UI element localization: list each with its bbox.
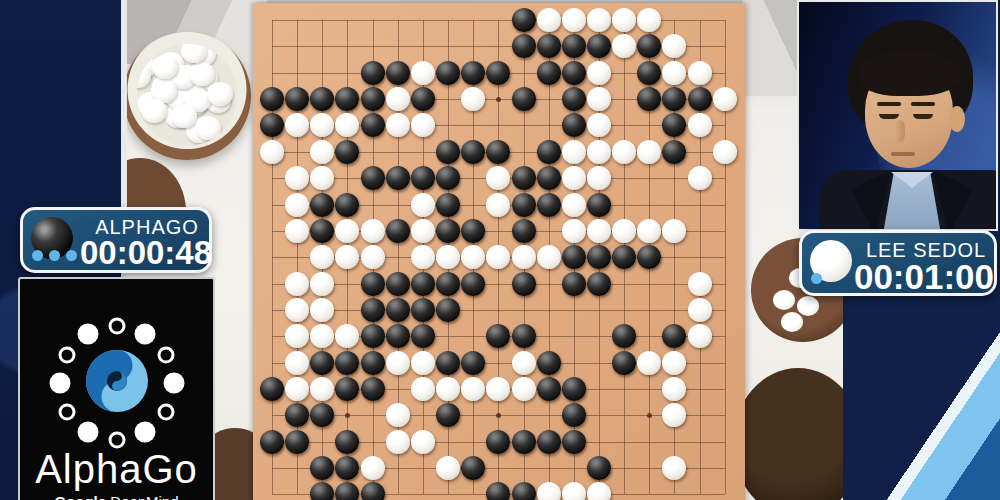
black-stone <box>512 272 536 296</box>
white-stone <box>285 219 309 243</box>
black-stone <box>637 87 661 111</box>
black-stone <box>335 430 359 454</box>
player-video-feed <box>797 0 998 231</box>
black-stone <box>662 87 686 111</box>
black-stone <box>512 34 536 58</box>
white-stone <box>310 166 334 190</box>
white-stone <box>662 456 686 480</box>
alphago-time-remaining: 00:00:48 <box>75 234 217 272</box>
white-stone <box>361 219 385 243</box>
white-stone <box>386 87 410 111</box>
white-stone <box>436 377 460 401</box>
white-stone <box>562 8 586 32</box>
bowl-white-stone <box>152 55 178 79</box>
player-eye-right <box>913 114 933 119</box>
white-stone <box>662 351 686 375</box>
black-stone <box>562 245 586 269</box>
black-stone <box>512 87 536 111</box>
player-nose <box>895 120 905 142</box>
white-stone <box>562 482 586 500</box>
player-eyebrow-left <box>877 102 901 106</box>
white-stone <box>461 87 485 111</box>
white-stones-in-bowl <box>137 44 237 146</box>
black-stone <box>436 140 460 164</box>
black-stone <box>612 324 636 348</box>
white-stone <box>562 219 586 243</box>
white-stone <box>461 377 485 401</box>
black-stone <box>386 219 410 243</box>
white-stone <box>310 324 334 348</box>
black-stone <box>461 272 485 296</box>
white-stone <box>587 482 611 500</box>
white-stone <box>562 140 586 164</box>
player-ear <box>949 106 965 132</box>
grid-line-horizontal <box>272 310 725 311</box>
bowl-white-stone <box>189 62 215 86</box>
white-stone <box>662 34 686 58</box>
black-stone <box>512 482 536 500</box>
alphago-swirl-icon <box>84 348 150 418</box>
white-stone <box>335 219 359 243</box>
leesedol-byoyomi-dots <box>811 270 828 288</box>
white-stone <box>587 166 611 190</box>
black-stone <box>612 351 636 375</box>
black-stone <box>486 140 510 164</box>
black-stone <box>386 166 410 190</box>
black-stone <box>361 166 385 190</box>
white-stone <box>637 351 661 375</box>
logo-ring-filled-circle <box>49 373 70 394</box>
black-stone <box>386 324 410 348</box>
black-stone <box>386 272 410 296</box>
white-stone <box>587 140 611 164</box>
black-stone <box>285 430 309 454</box>
white-stone <box>688 324 712 348</box>
black-stone <box>562 34 586 58</box>
logo-ring-outline-circle <box>59 403 76 420</box>
white-stone <box>386 403 410 427</box>
white-stone <box>411 61 435 85</box>
black-stone <box>260 87 284 111</box>
white-stone <box>612 219 636 243</box>
white-stone <box>637 140 661 164</box>
black-stone <box>512 166 536 190</box>
white-stone <box>512 245 536 269</box>
byoyomi-dot <box>49 250 60 261</box>
white-stone <box>285 351 309 375</box>
white-stone <box>537 245 561 269</box>
logo-ring-filled-circle <box>135 323 156 344</box>
star-point <box>345 413 350 418</box>
black-stone <box>461 61 485 85</box>
black-stone <box>637 61 661 85</box>
white-stone <box>386 430 410 454</box>
logo-ring-outline-circle <box>157 346 174 363</box>
white-stone <box>662 403 686 427</box>
white-stone <box>688 298 712 322</box>
black-stone <box>587 456 611 480</box>
white-stone <box>310 140 334 164</box>
white-stone <box>285 113 309 137</box>
black-stone <box>662 140 686 164</box>
white-stone <box>637 219 661 243</box>
black-stone <box>411 166 435 190</box>
white-stone <box>688 272 712 296</box>
white-stone <box>310 272 334 296</box>
bowl-white-stone <box>207 82 233 106</box>
bowl-white-stone <box>781 312 803 332</box>
white-stone <box>285 166 309 190</box>
white-stone <box>562 193 586 217</box>
white-stone <box>386 113 410 137</box>
logo-ring-outline-circle <box>108 318 125 335</box>
black-stone <box>361 87 385 111</box>
white-stone <box>411 430 435 454</box>
white-stone <box>662 61 686 85</box>
white-stone <box>486 377 510 401</box>
black-stone <box>310 403 334 427</box>
bowl-white-stone <box>773 290 795 310</box>
black-stone <box>361 377 385 401</box>
white-stone <box>688 113 712 137</box>
black-stone <box>461 219 485 243</box>
white-stone <box>386 351 410 375</box>
black-stone <box>436 219 460 243</box>
black-stone <box>562 403 586 427</box>
black-stone <box>512 219 536 243</box>
logo-ring-filled-circle <box>78 422 99 443</box>
black-stone <box>310 351 334 375</box>
black-stone <box>411 87 435 111</box>
bowl-white-stone <box>171 104 197 128</box>
white-stone <box>587 219 611 243</box>
black-stone <box>587 272 611 296</box>
black-stone <box>512 324 536 348</box>
black-stone <box>436 166 460 190</box>
black-stone <box>436 403 460 427</box>
white-stone <box>662 377 686 401</box>
white-stone <box>310 245 334 269</box>
black-stone <box>637 34 661 58</box>
black-stone <box>537 193 561 217</box>
black-stone <box>562 272 586 296</box>
white-stone <box>411 245 435 269</box>
white-stone <box>310 377 334 401</box>
black-stone <box>310 456 334 480</box>
white-stone <box>637 8 661 32</box>
black-stone <box>310 482 334 500</box>
black-stone <box>486 324 510 348</box>
logo-ring-filled-circle <box>135 422 156 443</box>
black-stone <box>562 61 586 85</box>
byoyomi-dot <box>66 250 77 261</box>
black-stone <box>587 245 611 269</box>
grid-line-horizontal <box>272 284 725 285</box>
black-stone <box>260 377 284 401</box>
white-stone <box>486 245 510 269</box>
white-stone <box>461 245 485 269</box>
alphago-byoyomi-dots <box>32 247 83 265</box>
black-stone <box>562 377 586 401</box>
alphago-clock-panel: ALPHAGO 00:00:48 <box>20 207 212 273</box>
leesedol-time-remaining: 00:01:00 <box>850 257 998 297</box>
white-stone <box>612 34 636 58</box>
broadcast-frame: ALPHAGO 00:00:48 LEE SEDOL 00:01:00 Alph… <box>0 0 1000 500</box>
white-stone <box>612 8 636 32</box>
white-stone <box>486 193 510 217</box>
black-stone <box>285 403 309 427</box>
black-stone <box>512 193 536 217</box>
black-stone <box>436 272 460 296</box>
logo-ring-filled-circle <box>163 373 184 394</box>
black-stone <box>386 61 410 85</box>
alphago-wordmark: AlphaGo <box>20 447 213 492</box>
black-stone <box>537 140 561 164</box>
black-stone <box>310 193 334 217</box>
white-stone <box>688 61 712 85</box>
black-stone <box>537 430 561 454</box>
white-stone <box>411 377 435 401</box>
google-deepmind-label: Google DeepMind <box>20 493 213 500</box>
star-point <box>647 413 652 418</box>
black-stone <box>335 87 359 111</box>
black-stone <box>688 87 712 111</box>
black-stone <box>537 34 561 58</box>
black-stone <box>461 351 485 375</box>
black-stone <box>486 482 510 500</box>
black-stone <box>361 113 385 137</box>
black-stone <box>361 482 385 500</box>
black-stone <box>461 456 485 480</box>
black-stone <box>537 351 561 375</box>
black-stone <box>310 87 334 111</box>
black-stone <box>411 324 435 348</box>
logo-ring-outline-circle <box>157 403 174 420</box>
white-stone <box>537 8 561 32</box>
black-stone <box>537 166 561 190</box>
player-mouth <box>891 152 915 156</box>
black-stone <box>361 61 385 85</box>
black-stone <box>386 298 410 322</box>
white-stone <box>285 324 309 348</box>
white-stone <box>688 166 712 190</box>
white-stone <box>512 377 536 401</box>
logo-ring-outline-circle <box>108 432 125 449</box>
bowl-white-stone <box>195 116 221 140</box>
black-stone <box>486 430 510 454</box>
black-stone <box>310 219 334 243</box>
player-eyebrow-right <box>911 102 935 106</box>
black-stone <box>361 351 385 375</box>
white-stone <box>587 8 611 32</box>
star-point <box>496 413 501 418</box>
white-stone <box>587 113 611 137</box>
white-stone <box>411 113 435 137</box>
logo-ring-filled-circle <box>78 323 99 344</box>
black-stone <box>461 140 485 164</box>
white-stone <box>436 456 460 480</box>
black-stone <box>537 377 561 401</box>
byoyomi-dot <box>811 273 822 284</box>
go-board <box>253 3 745 500</box>
white-stone <box>713 87 737 111</box>
black-stone <box>662 113 686 137</box>
black-stone <box>662 324 686 348</box>
black-stone <box>361 272 385 296</box>
white-stone <box>361 245 385 269</box>
white-stone <box>285 272 309 296</box>
white-stone <box>285 193 309 217</box>
black-stone <box>436 351 460 375</box>
white-stone <box>486 166 510 190</box>
black-stone <box>335 140 359 164</box>
black-stone <box>612 245 636 269</box>
black-stone <box>285 87 309 111</box>
black-stone <box>335 377 359 401</box>
black-stone <box>486 61 510 85</box>
black-stone <box>436 193 460 217</box>
black-stone <box>562 87 586 111</box>
black-stone <box>436 298 460 322</box>
leesedol-clock-panel: LEE SEDOL 00:01:00 <box>799 230 997 296</box>
black-stone <box>361 324 385 348</box>
white-stone <box>285 298 309 322</box>
black-stone <box>512 430 536 454</box>
black-stone <box>335 193 359 217</box>
white-stone-bowl <box>123 32 251 160</box>
alphago-logo-panel: AlphaGo Google DeepMind <box>18 277 215 500</box>
black-stone <box>537 61 561 85</box>
black-stone <box>260 113 284 137</box>
black-stone <box>335 456 359 480</box>
black-stone <box>436 61 460 85</box>
white-stone <box>335 113 359 137</box>
bowl-white-stone <box>797 296 819 316</box>
black-stone <box>562 430 586 454</box>
black-stone <box>637 245 661 269</box>
white-stone <box>612 140 636 164</box>
white-stone <box>411 351 435 375</box>
white-stone <box>537 482 561 500</box>
white-stone <box>587 87 611 111</box>
black-stone <box>587 193 611 217</box>
bowl-white-stone <box>141 99 167 123</box>
black-stone <box>335 482 359 500</box>
white-stone <box>713 140 737 164</box>
white-stone <box>260 140 284 164</box>
byoyomi-dot <box>32 250 43 261</box>
white-stone <box>310 298 334 322</box>
white-stone <box>436 245 460 269</box>
white-stone <box>310 113 334 137</box>
white-stone <box>285 377 309 401</box>
black-stone <box>411 272 435 296</box>
black-stone <box>335 351 359 375</box>
white-stone <box>662 219 686 243</box>
white-stone <box>411 193 435 217</box>
white-stone <box>411 219 435 243</box>
white-stone <box>512 351 536 375</box>
player-eye-left <box>879 114 899 119</box>
black-stone <box>411 298 435 322</box>
star-point <box>496 97 501 102</box>
black-stone <box>361 298 385 322</box>
black-stone <box>512 8 536 32</box>
white-stone <box>562 166 586 190</box>
white-stone <box>361 456 385 480</box>
black-stone <box>260 430 284 454</box>
black-stone <box>587 34 611 58</box>
white-stone <box>335 324 359 348</box>
black-stone <box>562 113 586 137</box>
white-stone <box>335 245 359 269</box>
white-stone <box>587 61 611 85</box>
logo-ring-outline-circle <box>59 346 76 363</box>
player-hair-fringe <box>859 50 961 96</box>
